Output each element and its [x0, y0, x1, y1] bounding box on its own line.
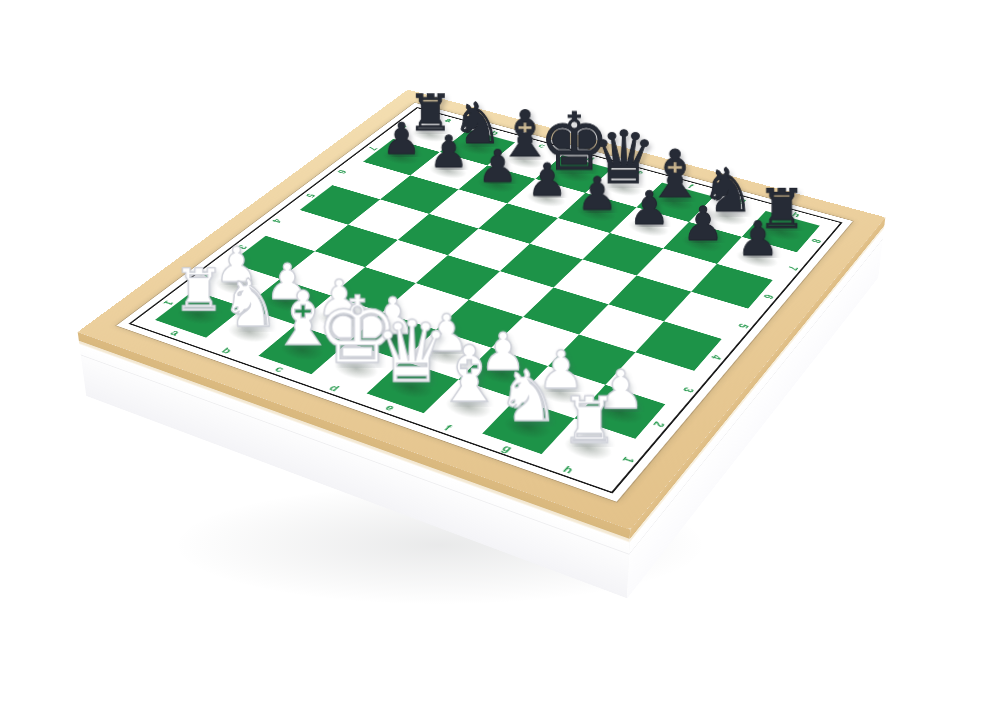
box-wood-frame: abcdefgh abcdefgh 87654321 87654321 ♜♞♝♚…	[78, 90, 886, 530]
piece-white-rook-h1[interactable]: ♜	[534, 320, 644, 446]
piece-black-pawn-h7[interactable]: ♟	[710, 148, 805, 257]
product-photo-stage: abcdefgh abcdefgh 87654321 87654321 ♜♞♝♚…	[0, 0, 1000, 719]
